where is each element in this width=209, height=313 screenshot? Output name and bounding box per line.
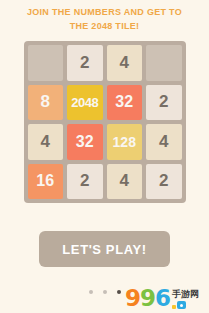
watermark-digit: 9: [140, 285, 155, 311]
tile-2048: 2048: [67, 85, 103, 121]
app-screen: JOIN THE NUMBERS AND GET TO THE 2048 TIL…: [0, 0, 209, 313]
tile-4: 4: [107, 164, 143, 200]
page-dot-1[interactable]: [89, 290, 93, 294]
intro-instructions: JOIN THE NUMBERS AND GET TO THE 2048 TIL…: [0, 0, 209, 33]
tile-4: 4: [107, 45, 143, 81]
tile-32: 32: [67, 124, 103, 160]
tile-128: 128: [107, 124, 143, 160]
tile-8: 8: [28, 85, 64, 121]
watermark-996-logo: 996 手游网: [125, 286, 199, 310]
empty-cell: [28, 45, 64, 81]
page-dot-2[interactable]: [103, 290, 107, 294]
watermark-digit: 9: [125, 285, 140, 311]
tile-2: 2: [146, 164, 182, 200]
game-thumbnail-icon: [172, 301, 199, 309]
tile-2: 2: [67, 164, 103, 200]
tile-4: 4: [146, 124, 182, 160]
watermark-right: 手游网: [172, 286, 199, 309]
lets-play-button[interactable]: LET'S PLAY!: [39, 231, 170, 267]
board-2048[interactable]: 2482048322432128416242: [24, 41, 186, 203]
instructions-line2: THE 2048 TILE!: [0, 19, 209, 33]
icon-square-blue: [177, 301, 186, 309]
watermark-site-name: 手游网: [172, 289, 199, 299]
tile-4: 4: [28, 124, 64, 160]
watermark-digits: 996: [125, 286, 170, 310]
instructions-line1: JOIN THE NUMBERS AND GET TO: [0, 5, 209, 19]
tile-32: 32: [107, 85, 143, 121]
page-dot-3[interactable]: [117, 290, 121, 294]
icon-square-yellow: [172, 305, 176, 309]
tile-2: 2: [67, 45, 103, 81]
empty-cell: [146, 45, 182, 81]
watermark-digit: 6: [155, 285, 170, 311]
tile-16: 16: [28, 164, 64, 200]
tile-2: 2: [146, 85, 182, 121]
